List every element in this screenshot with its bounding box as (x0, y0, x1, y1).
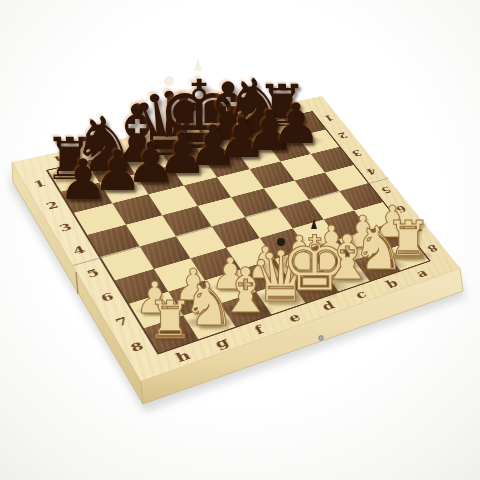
chess-set-photo: 11hh22gg33ff44ee55dd66cc77bb88aa ♜♞♝♛♚♝♞… (0, 0, 480, 480)
clasp-pin (319, 336, 324, 341)
